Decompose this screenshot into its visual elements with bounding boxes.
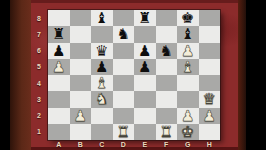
square-f7 (156, 26, 178, 42)
square-a7: ♜ (48, 26, 70, 42)
square-d7: ♞ (113, 26, 135, 42)
black-rook: ♜ (138, 10, 151, 26)
frame-left-bevel (10, 0, 31, 150)
file-label-e: E (134, 140, 156, 149)
square-c8: ♝ (91, 10, 113, 26)
square-e7 (134, 26, 156, 42)
square-f1: ♜ (156, 124, 178, 140)
rank-label-5: 5 (32, 59, 46, 75)
square-g6: ♟ (177, 43, 199, 59)
black-queen: ♛ (95, 43, 108, 59)
black-rook: ♜ (52, 26, 65, 42)
white-king: ♚ (181, 124, 194, 140)
file-labels: ABCDEFGH (48, 140, 220, 149)
frame-top-band (31, 0, 238, 3)
black-bishop: ♝ (95, 10, 108, 26)
square-g3 (177, 91, 199, 107)
square-e5: ♟ (134, 59, 156, 75)
square-e4 (134, 75, 156, 91)
square-g7: ♝ (177, 26, 199, 42)
square-b3 (70, 91, 92, 107)
square-d2 (113, 108, 135, 124)
square-d3 (113, 91, 135, 107)
square-c4: ♝ (91, 75, 113, 91)
rank-label-4: 4 (32, 75, 46, 91)
square-c1 (91, 124, 113, 140)
square-d6 (113, 43, 135, 59)
square-c5: ♟ (91, 59, 113, 75)
square-g1: ♚ (177, 124, 199, 140)
black-pawn: ♟ (138, 59, 151, 75)
white-pawn: ♟ (52, 59, 65, 75)
square-h8 (199, 10, 221, 26)
rank-label-8: 8 (32, 10, 46, 26)
square-e3 (134, 91, 156, 107)
square-c6: ♛ (91, 43, 113, 59)
square-f3 (156, 91, 178, 107)
white-pawn: ♟ (181, 43, 194, 59)
square-a3 (48, 91, 70, 107)
square-e1 (134, 124, 156, 140)
square-a4 (48, 75, 70, 91)
rank-label-1: 1 (32, 124, 46, 140)
rank-label-7: 7 (32, 26, 46, 42)
white-pawn: ♟ (181, 108, 194, 124)
file-label-h: H (199, 140, 221, 149)
file-label-c: C (91, 140, 113, 149)
square-b1 (70, 124, 92, 140)
file-label-b: B (70, 140, 92, 149)
square-h6 (199, 43, 221, 59)
white-knight: ♞ (95, 91, 108, 107)
white-rook: ♜ (160, 124, 173, 140)
square-c3: ♞ (91, 91, 113, 107)
file-label-d: D (113, 140, 135, 149)
white-queen: ♛ (203, 91, 216, 107)
black-knight: ♞ (117, 26, 130, 42)
square-e6: ♟ (134, 43, 156, 59)
square-f8 (156, 10, 178, 26)
black-king: ♚ (181, 10, 194, 26)
square-f2 (156, 108, 178, 124)
square-d1: ♜ (113, 124, 135, 140)
square-h1 (199, 124, 221, 140)
video-frame: 87654321 ♝♜♚♜♞♝♟♛♟♞♟♟♟♟♝♝♞♛♟♟♟♜♜♚ ABCDEF… (0, 0, 266, 150)
square-b4 (70, 75, 92, 91)
square-a6: ♟ (48, 43, 70, 59)
black-bishop: ♝ (181, 26, 194, 42)
square-c7 (91, 26, 113, 42)
square-f4 (156, 75, 178, 91)
square-b6 (70, 43, 92, 59)
rank-label-2: 2 (32, 108, 46, 124)
square-f5 (156, 59, 178, 75)
white-bishop: ♝ (95, 75, 108, 91)
square-b2: ♟ (70, 108, 92, 124)
square-c2 (91, 108, 113, 124)
black-pawn: ♟ (52, 43, 65, 59)
white-pawn: ♟ (74, 108, 87, 124)
white-rook: ♜ (117, 124, 130, 140)
square-e8: ♜ (134, 10, 156, 26)
square-h3: ♛ (199, 91, 221, 107)
square-g5: ♝ (177, 59, 199, 75)
frame-right-bevel (238, 0, 246, 150)
square-d4 (113, 75, 135, 91)
square-d5 (113, 59, 135, 75)
rank-label-3: 3 (32, 91, 46, 107)
square-b8 (70, 10, 92, 26)
square-a2 (48, 108, 70, 124)
chess-board: ♝♜♚♜♞♝♟♛♟♞♟♟♟♟♝♝♞♛♟♟♟♜♜♚ (48, 10, 220, 140)
rank-label-6: 6 (32, 43, 46, 59)
square-a8 (48, 10, 70, 26)
square-d8 (113, 10, 135, 26)
square-h2: ♟ (199, 108, 221, 124)
square-e2 (134, 108, 156, 124)
square-b7 (70, 26, 92, 42)
square-g8: ♚ (177, 10, 199, 26)
square-a1 (48, 124, 70, 140)
black-pawn: ♟ (95, 59, 108, 75)
white-bishop: ♝ (181, 59, 194, 75)
rank-labels: 87654321 (32, 10, 46, 140)
black-knight: ♞ (160, 43, 173, 59)
square-b5 (70, 59, 92, 75)
square-a5: ♟ (48, 59, 70, 75)
square-g4 (177, 75, 199, 91)
square-h5 (199, 59, 221, 75)
square-g2: ♟ (177, 108, 199, 124)
file-label-a: A (48, 140, 70, 149)
square-h7 (199, 26, 221, 42)
file-label-f: F (156, 140, 178, 149)
square-f6: ♞ (156, 43, 178, 59)
black-pawn: ♟ (138, 43, 151, 59)
file-label-g: G (177, 140, 199, 149)
white-pawn: ♟ (203, 108, 216, 124)
square-h4 (199, 75, 221, 91)
